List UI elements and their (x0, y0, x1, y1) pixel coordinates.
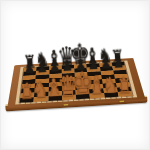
product-photo: ♜♞♝♛♚♝♞♜♟♟♟♟♟♟♟♟♟♟♟♟♟♟♟♟♜♞♝♛♚♝♞♜ (0, 0, 150, 150)
white-rook: ♜ (117, 76, 133, 97)
chess-board: ♜♞♝♛♚♝♞♜♟♟♟♟♟♟♟♟♟♟♟♟♟♟♟♟♜♞♝♛♚♝♞♜ (20, 62, 133, 103)
black-pawn: ♟ (23, 60, 35, 76)
square-a7: ♟ (23, 71, 36, 76)
board-frame: ♜♞♝♛♚♝♞♜♟♟♟♟♟♟♟♟♟♟♟♟♟♟♟♟♜♞♝♛♚♝♞♜ (7, 58, 145, 108)
board-tilt-wrapper: ♜♞♝♛♚♝♞♜♟♟♟♟♟♟♟♟♟♟♟♟♟♟♟♟♜♞♝♛♚♝♞♜ (0, 0, 150, 150)
square-h7: ♟ (112, 66, 126, 71)
notation-stripe: ♜♞♝♛♚♝♞♜♟♟♟♟♟♟♟♟♟♟♟♟♟♟♟♟♜♞♝♛♚♝♞♜ (15, 60, 137, 104)
black-pawn: ♟ (36, 59, 48, 75)
square-g1: ♞ (104, 92, 119, 98)
black-pawn: ♟ (113, 54, 125, 70)
black-pawn: ♟ (100, 55, 112, 71)
square-h1: ♜ (117, 91, 132, 97)
